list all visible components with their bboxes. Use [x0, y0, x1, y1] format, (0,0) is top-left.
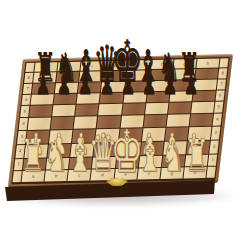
rank-label-6: 6 [22, 94, 31, 105]
piece-light-knight-b1[interactable]: ♞ [45, 136, 68, 178]
rank-label-2: 2 [209, 140, 219, 153]
piece-light-bishop-f1[interactable]: ♝ [137, 132, 163, 178]
piece-dark-pawn-f7[interactable]: ♟ [141, 71, 156, 98]
square-d5[interactable] [99, 104, 122, 116]
rank-label-6: 6 [216, 90, 225, 101]
square-c5[interactable] [75, 104, 98, 116]
square-f4[interactable] [143, 115, 167, 128]
rank-label-7: 7 [23, 83, 32, 93]
square-e5[interactable] [122, 103, 145, 115]
piece-dark-pawn-a7[interactable]: ♟ [35, 71, 50, 98]
square-h5[interactable] [191, 102, 214, 114]
rank-label-5: 5 [20, 106, 29, 117]
piece-dark-pawn-g7[interactable]: ♟ [163, 71, 178, 98]
square-f5[interactable] [145, 103, 168, 115]
square-b5[interactable] [52, 105, 75, 117]
square-a5[interactable] [29, 105, 52, 117]
square-h4[interactable] [189, 114, 213, 127]
piece-light-knight-g1[interactable]: ♞ [162, 136, 185, 178]
piece-light-rook-a1[interactable]: ♜ [21, 134, 45, 178]
rank-label-8: 8 [24, 73, 33, 83]
square-g4[interactable] [166, 114, 190, 127]
rank-label-1: 1 [208, 154, 217, 166]
piece-dark-pawn-b7[interactable]: ♟ [57, 71, 72, 98]
rank-label-5: 5 [214, 101, 223, 112]
rank-label-8: 8 [218, 68, 227, 78]
rank-label-4: 4 [19, 118, 28, 130]
piece-dark-pawn-e7[interactable]: ♟ [120, 71, 135, 98]
rank-label-3: 3 [211, 127, 220, 140]
piece-dark-pawn-d7[interactable]: ♟ [99, 71, 114, 98]
chess-set-photo: abcdefgh8877665544332211abcdefgh ♜♞♝♛♚♝♞… [0, 0, 240, 240]
rank-label-7: 7 [217, 79, 226, 89]
piece-dark-pawn-h7[interactable]: ♟ [184, 71, 199, 98]
rank-label-4: 4 [213, 113, 222, 125]
piece-light-rook-h1[interactable]: ♜ [185, 134, 209, 178]
border-corner [219, 58, 228, 67]
square-g5[interactable] [168, 102, 191, 114]
piece-dark-pawn-c7[interactable]: ♟ [78, 71, 93, 98]
